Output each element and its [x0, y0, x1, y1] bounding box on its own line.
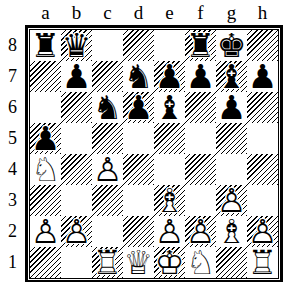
piece-black-pawn: ♟	[185, 61, 216, 92]
square-a7[interactable]	[30, 61, 61, 92]
square-f7[interactable]: ♟	[185, 61, 216, 92]
square-f4[interactable]	[185, 154, 216, 185]
square-h6[interactable]	[247, 92, 278, 123]
file-labels: abcdefgh	[25, 0, 283, 25]
square-c6[interactable]: ♞	[92, 92, 123, 123]
square-d3[interactable]	[123, 185, 154, 216]
piece-fill: ♝	[154, 92, 185, 123]
square-d5[interactable]	[123, 123, 154, 154]
piece-outline: ♙	[61, 216, 92, 247]
piece-outline: ♔	[154, 247, 185, 278]
piece-outline: ♕	[123, 247, 154, 278]
rank-label-3: 3	[0, 185, 25, 216]
square-h7[interactable]: ♟	[247, 61, 278, 92]
piece-fill: ♞	[92, 92, 123, 123]
piece-white-rook: ♜♖	[92, 247, 123, 278]
chess-diagram: abcdefgh 87654321 ♜♛♜♚♟♞♟♟♝♟♞♟♝♟♟♞♘♟♙♝♗♟…	[0, 0, 284, 282]
square-b2[interactable]: ♟♙	[61, 216, 92, 247]
piece-white-pawn: ♟♙	[30, 216, 61, 247]
square-g6[interactable]: ♟	[216, 92, 247, 123]
file-label-c: c	[92, 0, 123, 25]
square-f5[interactable]	[185, 123, 216, 154]
rank-label-6: 6	[0, 92, 25, 123]
piece-white-king: ♚♔	[154, 247, 185, 278]
piece-white-pawn: ♟♙	[61, 216, 92, 247]
square-b6[interactable]	[61, 92, 92, 123]
square-b7[interactable]: ♟	[61, 61, 92, 92]
rank-label-1: 1	[0, 247, 25, 278]
chess-board: ♜♛♜♚♟♞♟♟♝♟♞♟♝♟♟♞♘♟♙♝♗♟♙♟♙♟♙♟♙♟♙♝♗♟♙♜♖♛♕♚…	[30, 30, 278, 278]
piece-black-pawn: ♟	[61, 61, 92, 92]
piece-black-bishop: ♝	[154, 92, 185, 123]
file-label-b: b	[61, 0, 92, 25]
rank-label-7: 7	[0, 61, 25, 92]
square-c8[interactable]	[92, 30, 123, 61]
square-c1[interactable]: ♜♖	[92, 247, 123, 278]
piece-outline: ♘	[185, 247, 216, 278]
piece-outline: ♙	[92, 154, 123, 185]
piece-black-pawn: ♟	[216, 92, 247, 123]
board-inner-border: ♜♛♜♚♟♞♟♟♝♟♞♟♝♟♟♞♘♟♙♝♗♟♙♟♙♟♙♟♙♟♙♝♗♟♙♜♖♛♕♚…	[29, 29, 279, 279]
piece-outline: ♖	[247, 247, 278, 278]
piece-outline: ♘	[30, 154, 61, 185]
square-d6[interactable]: ♟	[123, 92, 154, 123]
piece-black-knight: ♞	[92, 92, 123, 123]
rank-label-5: 5	[0, 123, 25, 154]
piece-fill: ♜	[30, 30, 61, 61]
piece-outline: ♗	[216, 216, 247, 247]
square-a1[interactable]	[30, 247, 61, 278]
square-c4[interactable]: ♟♙	[92, 154, 123, 185]
piece-fill: ♟	[123, 92, 154, 123]
square-g2[interactable]: ♝♗	[216, 216, 247, 247]
square-b4[interactable]	[61, 154, 92, 185]
piece-fill: ♟	[247, 61, 278, 92]
piece-black-pawn: ♟	[123, 92, 154, 123]
piece-black-rook: ♜	[30, 30, 61, 61]
rank-label-8: 8	[0, 30, 25, 61]
square-e5[interactable]	[154, 123, 185, 154]
square-b5[interactable]	[61, 123, 92, 154]
square-a8[interactable]: ♜	[30, 30, 61, 61]
piece-white-queen: ♛♕	[123, 247, 154, 278]
board-frame: ♜♛♜♚♟♞♟♟♝♟♞♟♝♟♟♞♘♟♙♝♗♟♙♟♙♟♙♟♙♟♙♝♗♟♙♜♖♛♕♚…	[25, 25, 283, 282]
file-label-g: g	[216, 0, 247, 25]
square-e1[interactable]: ♚♔	[154, 247, 185, 278]
square-h1[interactable]: ♜♖	[247, 247, 278, 278]
piece-white-knight: ♞♘	[185, 247, 216, 278]
piece-fill: ♟	[216, 92, 247, 123]
square-d4[interactable]	[123, 154, 154, 185]
square-e6[interactable]: ♝	[154, 92, 185, 123]
piece-white-rook: ♜♖	[247, 247, 278, 278]
piece-outline: ♙	[30, 216, 61, 247]
square-h4[interactable]	[247, 154, 278, 185]
square-h5[interactable]	[247, 123, 278, 154]
piece-fill: ♟	[185, 61, 216, 92]
file-label-e: e	[154, 0, 185, 25]
square-f6[interactable]	[185, 92, 216, 123]
rank-labels: 87654321	[0, 25, 25, 282]
square-b1[interactable]	[61, 247, 92, 278]
file-label-h: h	[247, 0, 278, 25]
square-g1[interactable]	[216, 247, 247, 278]
piece-black-pawn: ♟	[247, 61, 278, 92]
square-d1[interactable]: ♛♕	[123, 247, 154, 278]
piece-outline: ♖	[92, 247, 123, 278]
file-label-d: d	[123, 0, 154, 25]
square-c3[interactable]	[92, 185, 123, 216]
piece-white-knight: ♞♘	[30, 154, 61, 185]
square-g5[interactable]	[216, 123, 247, 154]
file-label-f: f	[185, 0, 216, 25]
square-f1[interactable]: ♞♘	[185, 247, 216, 278]
square-a4[interactable]: ♞♘	[30, 154, 61, 185]
rank-label-4: 4	[0, 154, 25, 185]
square-a2[interactable]: ♟♙	[30, 216, 61, 247]
piece-white-pawn: ♟♙	[92, 154, 123, 185]
rank-label-2: 2	[0, 216, 25, 247]
file-label-a: a	[30, 0, 61, 25]
piece-white-bishop: ♝♗	[216, 216, 247, 247]
piece-fill: ♟	[61, 61, 92, 92]
